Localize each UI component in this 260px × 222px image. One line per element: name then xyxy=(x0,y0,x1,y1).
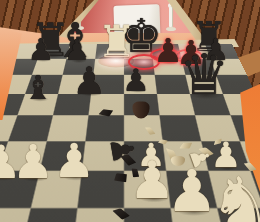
white-pawn-c2[interactable]: ♟ xyxy=(53,137,95,184)
square-b1[interactable] xyxy=(0,207,31,222)
black-pawn-e5[interactable]: ♟ xyxy=(122,65,150,96)
square-f4[interactable] xyxy=(160,115,202,140)
black-pawn-a7[interactable]: ♟ xyxy=(28,35,55,65)
black-queen-g5[interactable]: ♛ xyxy=(179,47,229,103)
black-bishop-b5[interactable]: ♝ xyxy=(23,71,53,104)
white-knight-g1[interactable]: ♞ xyxy=(210,168,260,222)
square-d1[interactable] xyxy=(72,207,124,222)
white-pawn-b2[interactable]: ♟ xyxy=(12,138,54,185)
game-scene: ♜♟♝♟♜♚♟♟♜♟♝♟♟♛♟♟♟♟♟♟♟♞ ♟♞♟ xyxy=(0,0,260,222)
candelabrum-stem xyxy=(169,6,173,28)
black-pawn-c5[interactable]: ♟ xyxy=(72,62,106,100)
